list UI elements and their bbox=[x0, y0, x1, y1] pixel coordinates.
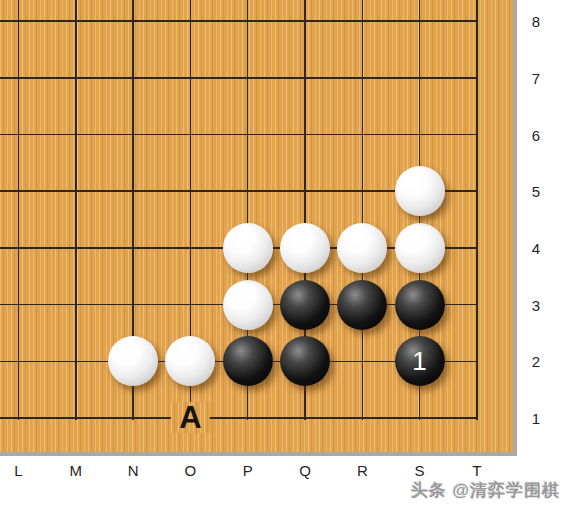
coord-letter-N: N bbox=[128, 462, 139, 479]
coord-number-6: 6 bbox=[526, 126, 546, 143]
point-label-A: A bbox=[171, 402, 209, 433]
stone-black-P2 bbox=[223, 336, 273, 386]
coord-number-2: 2 bbox=[526, 353, 546, 370]
stone-white-S5 bbox=[395, 166, 445, 216]
grid-hline-row-7 bbox=[0, 77, 478, 79]
coord-letter-Q: Q bbox=[299, 462, 311, 479]
stone-white-P3 bbox=[223, 280, 273, 330]
coord-number-8: 8 bbox=[526, 13, 546, 30]
watermark: 头条 @清弈学围棋 bbox=[411, 479, 560, 502]
coord-letter-L: L bbox=[14, 462, 22, 479]
coord-number-5: 5 bbox=[526, 183, 546, 200]
grid-hline-row-8 bbox=[0, 20, 478, 22]
coord-number-1: 1 bbox=[526, 410, 546, 427]
stone-black-S3 bbox=[395, 280, 445, 330]
coord-letter-S: S bbox=[415, 462, 425, 479]
coord-letter-M: M bbox=[70, 462, 83, 479]
coord-letter-T: T bbox=[472, 462, 481, 479]
grid-vline-col-L bbox=[18, 0, 20, 420]
coord-number-3: 3 bbox=[526, 296, 546, 313]
stone-black-R3 bbox=[337, 280, 387, 330]
stone-white-Q4 bbox=[280, 223, 330, 273]
grid-hline-row-6 bbox=[0, 134, 478, 136]
move-number-1: 1 bbox=[412, 348, 426, 374]
grid-hline-row-1 bbox=[0, 417, 478, 419]
grid-vline-col-T bbox=[476, 0, 478, 420]
coord-letter-O: O bbox=[185, 462, 197, 479]
coord-letter-P: P bbox=[243, 462, 253, 479]
stone-white-N2 bbox=[108, 336, 158, 386]
stone-black-Q2 bbox=[280, 336, 330, 386]
stone-white-R4 bbox=[337, 223, 387, 273]
coord-number-7: 7 bbox=[526, 69, 546, 86]
grid-vline-col-M bbox=[75, 0, 77, 420]
stone-white-S4 bbox=[395, 223, 445, 273]
stone-white-P4 bbox=[223, 223, 273, 273]
stone-white-O2 bbox=[165, 336, 215, 386]
coord-letter-R: R bbox=[357, 462, 368, 479]
stone-black-Q3 bbox=[280, 280, 330, 330]
go-board: 1 A bbox=[0, 0, 517, 456]
stone-black-S2: 1 bbox=[395, 336, 445, 386]
go-diagram: 1 A LMNOPQRST 87654321 头条 @清弈学围棋 bbox=[0, 0, 564, 507]
grid-vline-col-R bbox=[362, 0, 364, 420]
coord-number-4: 4 bbox=[526, 239, 546, 256]
